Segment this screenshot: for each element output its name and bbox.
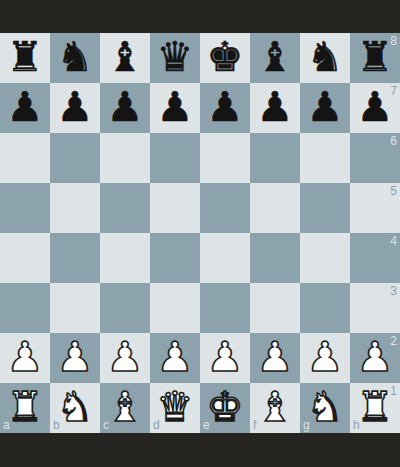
piece-white-king[interactable]: ♚ [200, 383, 250, 433]
rank-label-3: 3 [390, 285, 397, 297]
square-e6[interactable] [200, 133, 250, 183]
square-d8[interactable]: ♛ [150, 33, 200, 83]
piece-black-king[interactable]: ♚ [200, 33, 250, 83]
square-f7[interactable]: ♟ [250, 83, 300, 133]
square-e1[interactable]: ♚e [200, 383, 250, 433]
piece-white-rook[interactable]: ♜ [0, 383, 50, 433]
piece-black-pawn[interactable]: ♟ [0, 83, 50, 133]
piece-black-queen[interactable]: ♛ [150, 33, 200, 83]
piece-black-pawn[interactable]: ♟ [150, 83, 200, 133]
square-f2[interactable]: ♟ [250, 333, 300, 383]
square-g1[interactable]: ♞g [300, 383, 350, 433]
piece-white-queen[interactable]: ♛ [150, 383, 200, 433]
chess-app: ♜♞♝♛♚♝♞♜8♟♟♟♟♟♟♟♟76543♟♟♟♟♟♟♟♟2♜a♞b♝c♛d♚… [0, 0, 400, 467]
piece-black-knight[interactable]: ♞ [300, 33, 350, 83]
rank-label-4: 4 [390, 235, 397, 247]
square-g6[interactable] [300, 133, 350, 183]
bottom-bar [0, 433, 400, 467]
square-g3[interactable] [300, 283, 350, 333]
square-e4[interactable] [200, 233, 250, 283]
square-h1[interactable]: ♜1h [350, 383, 400, 433]
piece-black-pawn[interactable]: ♟ [300, 83, 350, 133]
square-a5[interactable] [0, 183, 50, 233]
square-d2[interactable]: ♟ [150, 333, 200, 383]
square-h3[interactable]: 3 [350, 283, 400, 333]
square-g4[interactable] [300, 233, 350, 283]
square-f4[interactable] [250, 233, 300, 283]
piece-white-pawn[interactable]: ♟ [150, 333, 200, 383]
square-e7[interactable]: ♟ [200, 83, 250, 133]
piece-white-pawn[interactable]: ♟ [200, 333, 250, 383]
top-bar [0, 0, 400, 33]
square-c8[interactable]: ♝ [100, 33, 150, 83]
piece-white-bishop[interactable]: ♝ [100, 383, 150, 433]
piece-white-knight[interactable]: ♞ [50, 383, 100, 433]
square-e2[interactable]: ♟ [200, 333, 250, 383]
piece-white-pawn[interactable]: ♟ [0, 333, 50, 383]
square-f6[interactable] [250, 133, 300, 183]
piece-white-knight[interactable]: ♞ [300, 383, 350, 433]
piece-white-pawn[interactable]: ♟ [250, 333, 300, 383]
square-f8[interactable]: ♝ [250, 33, 300, 83]
square-a1[interactable]: ♜a [0, 383, 50, 433]
square-a4[interactable] [0, 233, 50, 283]
square-e5[interactable] [200, 183, 250, 233]
square-b1[interactable]: ♞b [50, 383, 100, 433]
piece-black-pawn[interactable]: ♟ [50, 83, 100, 133]
square-d6[interactable] [150, 133, 200, 183]
square-g2[interactable]: ♟ [300, 333, 350, 383]
chess-board: ♜♞♝♛♚♝♞♜8♟♟♟♟♟♟♟♟76543♟♟♟♟♟♟♟♟2♜a♞b♝c♛d♚… [0, 33, 400, 433]
piece-black-pawn[interactable]: ♟ [200, 83, 250, 133]
piece-white-pawn[interactable]: ♟ [300, 333, 350, 383]
piece-black-pawn[interactable]: ♟ [100, 83, 150, 133]
piece-white-bishop[interactable]: ♝ [250, 383, 300, 433]
piece-white-pawn[interactable]: ♟ [50, 333, 100, 383]
piece-black-knight[interactable]: ♞ [50, 33, 100, 83]
square-a6[interactable] [0, 133, 50, 183]
square-c4[interactable] [100, 233, 150, 283]
piece-black-pawn[interactable]: ♟ [250, 83, 300, 133]
square-h7[interactable]: ♟7 [350, 83, 400, 133]
square-c2[interactable]: ♟ [100, 333, 150, 383]
piece-black-pawn[interactable]: ♟ [350, 83, 400, 133]
square-c3[interactable] [100, 283, 150, 333]
square-g7[interactable]: ♟ [300, 83, 350, 133]
square-f3[interactable] [250, 283, 300, 333]
square-d3[interactable] [150, 283, 200, 333]
square-g8[interactable]: ♞ [300, 33, 350, 83]
square-b5[interactable] [50, 183, 100, 233]
square-b8[interactable]: ♞ [50, 33, 100, 83]
square-c5[interactable] [100, 183, 150, 233]
piece-white-pawn[interactable]: ♟ [350, 333, 400, 383]
square-h6[interactable]: 6 [350, 133, 400, 183]
piece-black-bishop[interactable]: ♝ [100, 33, 150, 83]
square-h2[interactable]: ♟2 [350, 333, 400, 383]
piece-white-rook[interactable]: ♜ [350, 383, 400, 433]
square-a3[interactable] [0, 283, 50, 333]
square-d7[interactable]: ♟ [150, 83, 200, 133]
square-a8[interactable]: ♜ [0, 33, 50, 83]
square-d4[interactable] [150, 233, 200, 283]
square-b4[interactable] [50, 233, 100, 283]
piece-black-rook[interactable]: ♜ [350, 33, 400, 83]
square-e3[interactable] [200, 283, 250, 333]
rank-label-5: 5 [390, 185, 397, 197]
piece-black-bishop[interactable]: ♝ [250, 33, 300, 83]
square-a7[interactable]: ♟ [0, 83, 50, 133]
square-h5[interactable]: 5 [350, 183, 400, 233]
square-f1[interactable]: ♝f [250, 383, 300, 433]
square-d5[interactable] [150, 183, 200, 233]
square-b2[interactable]: ♟ [50, 333, 100, 383]
square-c7[interactable]: ♟ [100, 83, 150, 133]
square-h8[interactable]: ♜8 [350, 33, 400, 83]
square-e8[interactable]: ♚ [200, 33, 250, 83]
square-a2[interactable]: ♟ [0, 333, 50, 383]
square-g5[interactable] [300, 183, 350, 233]
square-h4[interactable]: 4 [350, 233, 400, 283]
square-b6[interactable] [50, 133, 100, 183]
square-f5[interactable] [250, 183, 300, 233]
square-b7[interactable]: ♟ [50, 83, 100, 133]
piece-black-rook[interactable]: ♜ [0, 33, 50, 83]
square-c1[interactable]: ♝c [100, 383, 150, 433]
rank-label-6: 6 [390, 135, 397, 147]
square-c6[interactable] [100, 133, 150, 183]
square-d1[interactable]: ♛d [150, 383, 200, 433]
square-b3[interactable] [50, 283, 100, 333]
piece-white-pawn[interactable]: ♟ [100, 333, 150, 383]
